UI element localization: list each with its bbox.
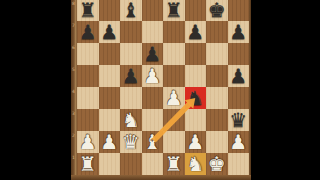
square-d1[interactable] xyxy=(142,153,164,175)
white-pawn[interactable]: ♟ xyxy=(186,132,204,152)
square-d7[interactable] xyxy=(142,21,164,43)
white-pawn[interactable]: ♟ xyxy=(79,132,97,152)
square-e6[interactable] xyxy=(163,43,185,65)
square-h5[interactable]: ♟ xyxy=(228,65,250,87)
square-e4[interactable]: ♟ xyxy=(163,87,185,109)
square-d3[interactable] xyxy=(142,109,164,131)
square-c7[interactable] xyxy=(120,21,142,43)
square-g5[interactable] xyxy=(206,65,228,87)
letterbox-left xyxy=(0,0,71,180)
square-a8[interactable]: ♜ xyxy=(77,0,99,21)
black-king[interactable]: ♚ xyxy=(208,0,226,20)
square-b6[interactable] xyxy=(99,43,121,65)
square-c4[interactable] xyxy=(120,87,142,109)
square-b1[interactable] xyxy=(99,153,121,175)
square-g7[interactable] xyxy=(206,21,228,43)
square-c5[interactable]: ♟ xyxy=(120,65,142,87)
square-d8[interactable] xyxy=(142,0,164,21)
square-h1[interactable] xyxy=(228,153,250,175)
square-h4[interactable] xyxy=(228,87,250,109)
square-e8[interactable]: ♜ xyxy=(163,0,185,21)
black-pawn[interactable]: ♟ xyxy=(100,22,118,42)
black-pawn[interactable]: ♟ xyxy=(229,22,247,42)
square-f6[interactable] xyxy=(185,43,207,65)
square-d2[interactable]: ♝ xyxy=(142,131,164,153)
square-e2[interactable] xyxy=(163,131,185,153)
black-rook[interactable]: ♜ xyxy=(165,0,183,20)
white-knight[interactable]: ♞ xyxy=(186,154,204,174)
square-b2[interactable]: ♟ xyxy=(99,131,121,153)
board-squares: ♜♝♜♚♟♟♟♟♟♟♟♟♟♞♞♛♟♟♛♝♟♟♜♜♞♚ xyxy=(77,0,249,175)
black-pawn[interactable]: ♟ xyxy=(229,66,247,86)
square-f2[interactable]: ♟ xyxy=(185,131,207,153)
square-f1[interactable]: ♞ xyxy=(185,153,207,175)
white-pawn[interactable]: ♟ xyxy=(100,132,118,152)
square-a5[interactable] xyxy=(77,65,99,87)
square-c8[interactable]: ♝ xyxy=(120,0,142,21)
black-bishop[interactable]: ♝ xyxy=(122,0,140,20)
square-h2[interactable]: ♟ xyxy=(228,131,250,153)
white-queen[interactable]: ♛ xyxy=(122,132,140,152)
square-f5[interactable] xyxy=(185,65,207,87)
black-pawn[interactable]: ♟ xyxy=(186,22,204,42)
square-f3[interactable] xyxy=(185,109,207,131)
square-a6[interactable] xyxy=(77,43,99,65)
square-a7[interactable]: ♟ xyxy=(77,21,99,43)
chess-board: ♜♝♜♚♟♟♟♟♟♟♟♟♟♞♞♛♟♟♛♝♟♟♜♜♞♚ 87654321 xyxy=(71,0,251,180)
square-b5[interactable] xyxy=(99,65,121,87)
black-knight[interactable]: ♞ xyxy=(186,88,204,108)
square-a1[interactable]: ♜ xyxy=(77,153,99,175)
square-c3[interactable]: ♞ xyxy=(120,109,142,131)
black-pawn[interactable]: ♟ xyxy=(122,66,140,86)
square-d6[interactable]: ♟ xyxy=(142,43,164,65)
square-c1[interactable] xyxy=(120,153,142,175)
square-g6[interactable] xyxy=(206,43,228,65)
square-b4[interactable] xyxy=(99,87,121,109)
square-d5[interactable]: ♟ xyxy=(142,65,164,87)
square-b7[interactable]: ♟ xyxy=(99,21,121,43)
square-g4[interactable] xyxy=(206,87,228,109)
square-a4[interactable] xyxy=(77,87,99,109)
square-g1[interactable]: ♚ xyxy=(206,153,228,175)
square-c2[interactable]: ♛ xyxy=(120,131,142,153)
white-bishop[interactable]: ♝ xyxy=(143,132,161,152)
white-rook[interactable]: ♜ xyxy=(79,154,97,174)
white-pawn[interactable]: ♟ xyxy=(143,66,161,86)
square-f7[interactable]: ♟ xyxy=(185,21,207,43)
letterbox-right xyxy=(251,0,320,180)
square-e3[interactable] xyxy=(163,109,185,131)
square-h8[interactable] xyxy=(228,0,250,21)
square-f4[interactable]: ♞ xyxy=(185,87,207,109)
white-king[interactable]: ♚ xyxy=(208,154,226,174)
square-h7[interactable]: ♟ xyxy=(228,21,250,43)
square-f8[interactable] xyxy=(185,0,207,21)
square-h6[interactable] xyxy=(228,43,250,65)
square-b8[interactable] xyxy=(99,0,121,21)
square-b3[interactable] xyxy=(99,109,121,131)
black-pawn[interactable]: ♟ xyxy=(79,22,97,42)
square-e1[interactable]: ♜ xyxy=(163,153,185,175)
square-h3[interactable]: ♛ xyxy=(228,109,250,131)
square-g2[interactable] xyxy=(206,131,228,153)
square-a3[interactable] xyxy=(77,109,99,131)
black-pawn[interactable]: ♟ xyxy=(143,44,161,64)
white-knight[interactable]: ♞ xyxy=(122,110,140,130)
square-e5[interactable] xyxy=(163,65,185,87)
square-g3[interactable] xyxy=(206,109,228,131)
chess-app-screenshot: ♜♝♜♚♟♟♟♟♟♟♟♟♟♞♞♛♟♟♛♝♟♟♜♜♞♚ 87654321 xyxy=(0,0,320,180)
square-g8[interactable]: ♚ xyxy=(206,0,228,21)
black-rook[interactable]: ♜ xyxy=(79,0,97,20)
white-pawn[interactable]: ♟ xyxy=(165,88,183,108)
white-pawn[interactable]: ♟ xyxy=(229,132,247,152)
square-a2[interactable]: ♟ xyxy=(77,131,99,153)
white-rook[interactable]: ♜ xyxy=(165,154,183,174)
black-queen[interactable]: ♛ xyxy=(229,110,247,130)
square-e7[interactable] xyxy=(163,21,185,43)
square-c6[interactable] xyxy=(120,43,142,65)
square-d4[interactable] xyxy=(142,87,164,109)
